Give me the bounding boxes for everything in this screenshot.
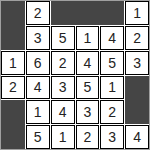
cell-r6c3[interactable]: 1 xyxy=(51,125,75,149)
cell-r4c4[interactable]: 5 xyxy=(76,76,100,100)
cell-r2c5[interactable]: 4 xyxy=(100,26,124,50)
cell-r6c5[interactable]: 3 xyxy=(100,125,124,149)
black-region xyxy=(125,76,149,125)
cell-r6c4[interactable]: 2 xyxy=(76,125,100,149)
cell-r3c4[interactable]: 4 xyxy=(76,51,100,75)
cell-r1c6[interactable]: 1 xyxy=(125,1,149,25)
cell-r3c6[interactable]: 3 xyxy=(125,51,149,75)
cell-r2c2[interactable]: 3 xyxy=(26,26,50,50)
cell-r4c1[interactable]: 2 xyxy=(1,76,25,100)
cell-r2c4[interactable]: 1 xyxy=(76,26,100,50)
cell-r2c3[interactable]: 5 xyxy=(51,26,75,50)
cell-r6c6[interactable]: 4 xyxy=(125,125,149,149)
cell-r4c3[interactable]: 3 xyxy=(51,76,75,100)
cell-r4c5[interactable]: 1 xyxy=(100,76,124,100)
cell-r4c2[interactable]: 4 xyxy=(26,76,50,100)
black-region xyxy=(51,1,125,25)
cell-r3c1[interactable]: 1 xyxy=(1,51,25,75)
black-region xyxy=(1,1,25,50)
cell-r2c6[interactable]: 2 xyxy=(125,26,149,50)
cell-r1c2[interactable]: 2 xyxy=(26,1,50,25)
cell-r5c2[interactable]: 1 xyxy=(26,100,50,124)
cell-r3c3[interactable]: 2 xyxy=(51,51,75,75)
cell-r3c2[interactable]: 6 xyxy=(26,51,50,75)
black-region xyxy=(1,100,25,149)
cell-r5c4[interactable]: 3 xyxy=(76,100,100,124)
cell-r5c5[interactable]: 2 xyxy=(100,100,124,124)
cell-r5c3[interactable]: 4 xyxy=(51,100,75,124)
cell-r3c5[interactable]: 5 xyxy=(100,51,124,75)
cell-r6c2[interactable]: 5 xyxy=(26,125,50,149)
str8ts-board: 213514216245324351143251234 xyxy=(0,0,150,150)
